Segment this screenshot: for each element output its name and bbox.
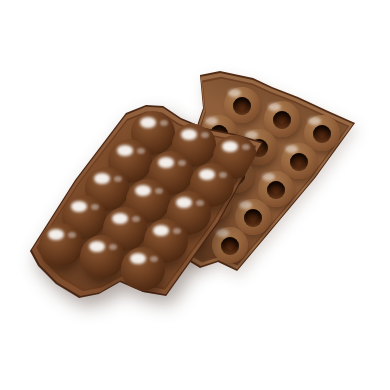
dome-highlight: [48, 229, 64, 240]
dome-secondary-highlight: [109, 244, 117, 250]
dome-cavity: [39, 223, 83, 267]
dome-secondary-highlight: [201, 132, 209, 138]
dome-secondary-highlight: [137, 148, 145, 154]
dome-cavity: [121, 247, 165, 291]
dome-highlight: [199, 169, 215, 180]
dome-secondary-highlight: [91, 204, 99, 210]
dome-highlight: [158, 157, 174, 168]
dome-highlight: [181, 129, 197, 140]
dome-highlight: [94, 173, 110, 184]
dome-secondary-highlight: [219, 172, 227, 178]
dome-secondary-highlight: [150, 256, 158, 262]
cavity-hole: [290, 153, 308, 171]
dome-highlight: [176, 197, 192, 208]
dome-secondary-highlight: [114, 176, 122, 182]
dome-secondary-highlight: [160, 120, 168, 126]
dome-secondary-highlight: [155, 188, 163, 194]
dome-highlight: [89, 241, 105, 252]
cavity-hole: [313, 125, 331, 143]
dome-highlight: [153, 225, 169, 236]
dome-secondary-highlight: [173, 228, 181, 234]
dome-highlight: [71, 201, 87, 212]
dome-highlight: [112, 213, 128, 224]
cavity-hole: [273, 111, 291, 129]
dome-highlight: [135, 185, 151, 196]
dome-secondary-highlight: [132, 216, 140, 222]
dome-cavity: [80, 235, 124, 279]
rim-highlight: [285, 145, 298, 153]
dome-highlight: [117, 145, 133, 156]
dome-secondary-highlight: [68, 232, 76, 238]
rim-highlight: [308, 117, 321, 125]
dome-secondary-highlight: [242, 144, 250, 150]
dome-highlight: [140, 117, 156, 128]
dome-highlight: [130, 253, 146, 264]
rim-highlight: [228, 89, 241, 97]
dome-highlight: [222, 141, 238, 152]
product-photo: [0, 0, 390, 390]
dome-secondary-highlight: [178, 160, 186, 166]
dome-secondary-highlight: [196, 200, 204, 206]
